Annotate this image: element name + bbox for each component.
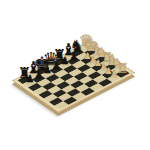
board-frame: [12, 41, 135, 113]
chess-set-photo: ♛♚♝♞♜♝♞♜♞♟♟♟♟♟♟♝♟♜♟♛♟♚♟♝♟♜♟: [0, 0, 150, 150]
